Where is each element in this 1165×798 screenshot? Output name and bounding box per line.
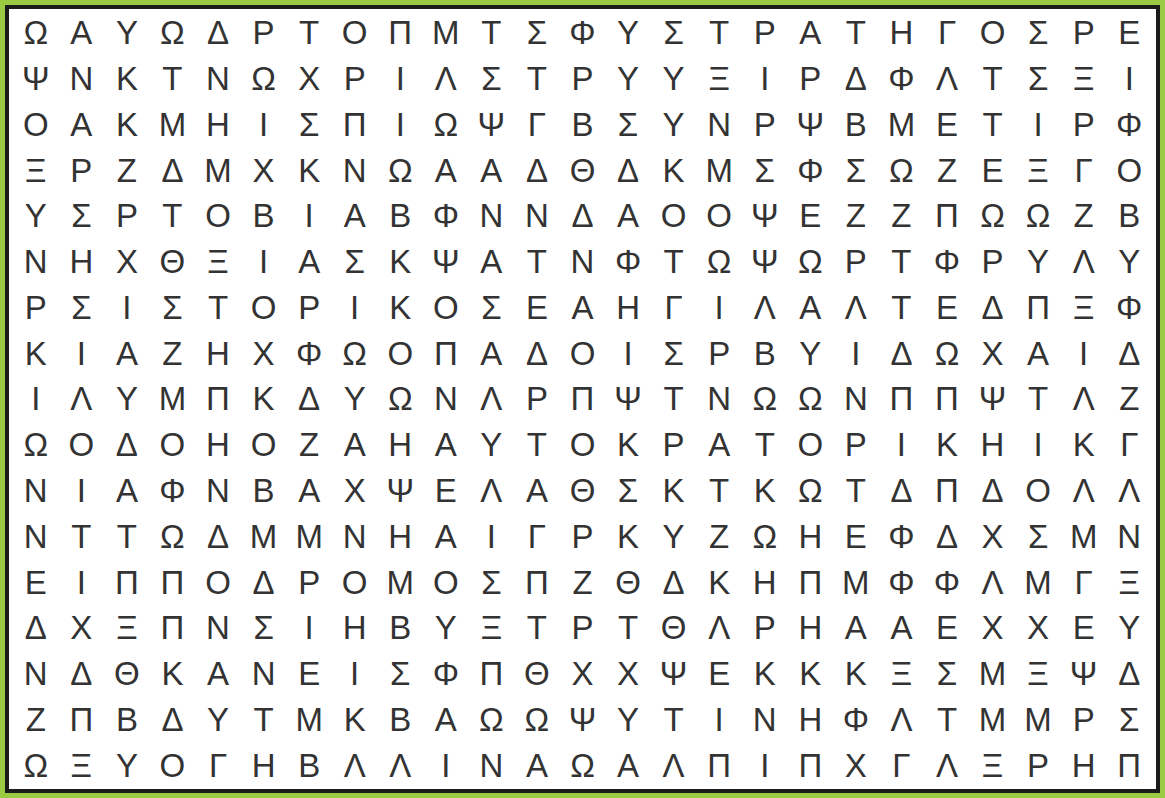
grid-cell[interactable]: Ι (742, 742, 788, 788)
grid-cell[interactable]: Ξ (1061, 285, 1107, 331)
grid-cell[interactable]: Η (1061, 742, 1107, 788)
grid-cell[interactable]: Ο (788, 422, 834, 468)
grid-cell[interactable]: Φ (833, 696, 879, 742)
grid-cell[interactable]: Ι (1015, 422, 1061, 468)
grid-cell[interactable]: Π (514, 559, 560, 605)
grid-cell[interactable]: Υ (104, 376, 150, 422)
grid-cell[interactable]: Π (377, 10, 423, 56)
grid-cell[interactable]: Ι (696, 696, 742, 742)
grid-cell[interactable]: Ο (332, 10, 378, 56)
grid-cell[interactable]: Α (59, 102, 105, 148)
grid-cell[interactable]: Σ (59, 193, 105, 239)
grid-cell[interactable]: Υ (1106, 239, 1152, 285)
grid-cell[interactable]: Β (377, 193, 423, 239)
grid-cell[interactable]: Ω (879, 147, 925, 193)
grid-cell[interactable]: Κ (332, 696, 378, 742)
grid-cell[interactable]: Φ (788, 147, 834, 193)
grid-cell[interactable]: Τ (742, 422, 788, 468)
grid-cell[interactable]: Δ (651, 559, 697, 605)
grid-cell[interactable]: Ε (833, 513, 879, 559)
grid-cell[interactable]: Ο (241, 285, 287, 331)
grid-cell[interactable]: Η (788, 605, 834, 651)
grid-cell[interactable]: Υ (1106, 605, 1152, 651)
grid-cell[interactable]: Ε (423, 468, 469, 514)
grid-cell[interactable]: Λ (742, 285, 788, 331)
grid-cell[interactable]: Ψ (788, 102, 834, 148)
grid-cell[interactable]: Ψ (469, 102, 515, 148)
grid-cell[interactable]: Α (833, 605, 879, 651)
grid-cell[interactable]: Ω (742, 376, 788, 422)
grid-cell[interactable]: Ρ (560, 605, 606, 651)
grid-cell[interactable]: Δ (1106, 651, 1152, 697)
grid-cell[interactable]: Ι (59, 468, 105, 514)
grid-cell[interactable]: Θ (514, 651, 560, 697)
grid-cell[interactable]: Ω (377, 147, 423, 193)
grid-cell[interactable]: Δ (59, 651, 105, 697)
grid-cell[interactable]: Τ (514, 605, 560, 651)
grid-cell[interactable]: Α (332, 422, 378, 468)
grid-cell[interactable]: Δ (514, 330, 560, 376)
grid-cell[interactable]: Ρ (1061, 102, 1107, 148)
grid-cell[interactable]: Δ (13, 605, 59, 651)
grid-cell[interactable]: Ι (286, 193, 332, 239)
grid-cell[interactable]: Ω (150, 513, 196, 559)
grid-cell[interactable]: Φ (286, 330, 332, 376)
grid-cell[interactable]: Φ (879, 559, 925, 605)
grid-cell[interactable]: Β (286, 742, 332, 788)
grid-cell[interactable]: Λ (879, 696, 925, 742)
grid-cell[interactable]: Ψ (605, 376, 651, 422)
grid-cell[interactable]: Η (605, 285, 651, 331)
grid-cell[interactable]: Ξ (879, 651, 925, 697)
grid-cell[interactable]: Κ (377, 285, 423, 331)
grid-cell[interactable]: Τ (59, 513, 105, 559)
grid-cell[interactable]: Υ (332, 376, 378, 422)
grid-cell[interactable]: Ξ (59, 742, 105, 788)
grid-cell[interactable]: Ι (1061, 330, 1107, 376)
grid-cell[interactable]: Κ (241, 376, 287, 422)
grid-cell[interactable]: Ρ (788, 56, 834, 102)
grid-cell[interactable]: Ρ (833, 422, 879, 468)
grid-cell[interactable]: Ω (924, 330, 970, 376)
grid-cell[interactable]: Κ (104, 56, 150, 102)
grid-cell[interactable]: Ψ (651, 651, 697, 697)
grid-cell[interactable]: Γ (1061, 559, 1107, 605)
grid-cell[interactable]: Γ (924, 10, 970, 56)
grid-cell[interactable]: Υ (1015, 239, 1061, 285)
grid-cell[interactable]: Ψ (970, 376, 1016, 422)
grid-cell[interactable]: Δ (286, 376, 332, 422)
grid-cell[interactable]: Κ (833, 651, 879, 697)
grid-cell[interactable]: Ο (195, 559, 241, 605)
grid-cell[interactable]: Ζ (286, 422, 332, 468)
grid-cell[interactable]: Μ (970, 696, 1016, 742)
grid-cell[interactable]: Ω (788, 376, 834, 422)
grid-cell[interactable]: Μ (286, 513, 332, 559)
grid-cell[interactable]: Δ (833, 56, 879, 102)
grid-cell[interactable]: Χ (605, 651, 651, 697)
grid-cell[interactable]: Ξ (1061, 56, 1107, 102)
grid-cell[interactable]: Σ (469, 56, 515, 102)
grid-cell[interactable]: Λ (423, 56, 469, 102)
grid-cell[interactable]: Υ (104, 742, 150, 788)
grid-cell[interactable]: Φ (924, 239, 970, 285)
grid-cell[interactable]: Γ (651, 285, 697, 331)
grid-cell[interactable]: Λ (1061, 239, 1107, 285)
grid-cell[interactable]: Υ (651, 56, 697, 102)
grid-cell[interactable]: Η (195, 422, 241, 468)
grid-cell[interactable]: Ν (332, 513, 378, 559)
grid-cell[interactable]: Α (514, 742, 560, 788)
grid-cell[interactable]: Ε (514, 285, 560, 331)
grid-cell[interactable]: Κ (13, 330, 59, 376)
grid-cell[interactable]: Χ (241, 330, 287, 376)
grid-cell[interactable]: Δ (879, 330, 925, 376)
grid-cell[interactable]: Μ (1015, 559, 1061, 605)
grid-cell[interactable]: Ρ (651, 422, 697, 468)
grid-cell[interactable]: Ρ (1061, 696, 1107, 742)
grid-cell[interactable]: Β (377, 696, 423, 742)
grid-cell[interactable]: Ω (560, 742, 606, 788)
grid-cell[interactable]: Ι (59, 559, 105, 605)
grid-cell[interactable]: Λ (1106, 468, 1152, 514)
grid-cell[interactable]: Β (833, 102, 879, 148)
grid-cell[interactable]: Ω (788, 239, 834, 285)
grid-cell[interactable]: Ο (195, 193, 241, 239)
grid-cell[interactable]: Μ (879, 102, 925, 148)
grid-cell[interactable]: Ο (1106, 147, 1152, 193)
grid-cell[interactable]: Φ (423, 651, 469, 697)
grid-cell[interactable]: Υ (651, 513, 697, 559)
grid-cell[interactable]: Ν (13, 468, 59, 514)
grid-cell[interactable]: Ν (59, 56, 105, 102)
grid-cell[interactable]: Ζ (833, 193, 879, 239)
grid-cell[interactable]: Π (696, 742, 742, 788)
grid-cell[interactable]: Η (195, 102, 241, 148)
grid-cell[interactable]: Υ (605, 56, 651, 102)
grid-cell[interactable]: Υ (788, 330, 834, 376)
grid-cell[interactable]: Ι (833, 330, 879, 376)
grid-cell[interactable]: Ε (1106, 10, 1152, 56)
grid-cell[interactable]: Ν (423, 376, 469, 422)
grid-cell[interactable]: Ν (742, 696, 788, 742)
grid-cell[interactable]: Ν (469, 742, 515, 788)
grid-cell[interactable]: Σ (605, 468, 651, 514)
grid-cell[interactable]: Γ (1061, 147, 1107, 193)
grid-cell[interactable]: Λ (970, 559, 1016, 605)
grid-cell[interactable]: Θ (104, 651, 150, 697)
grid-cell[interactable]: Κ (742, 468, 788, 514)
grid-cell[interactable]: Τ (514, 239, 560, 285)
grid-cell[interactable]: Ο (150, 422, 196, 468)
grid-cell[interactable]: Μ (286, 696, 332, 742)
grid-cell[interactable]: Χ (286, 56, 332, 102)
grid-cell[interactable]: Α (560, 285, 606, 331)
grid-cell[interactable]: Α (788, 10, 834, 56)
grid-cell[interactable]: Ν (332, 147, 378, 193)
grid-cell[interactable]: Ψ (742, 193, 788, 239)
grid-cell[interactable]: Κ (924, 422, 970, 468)
grid-cell[interactable]: Ι (377, 56, 423, 102)
grid-cell[interactable]: Υ (605, 10, 651, 56)
grid-cell[interactable]: Χ (970, 605, 1016, 651)
grid-cell[interactable]: Π (423, 330, 469, 376)
grid-cell[interactable]: Δ (514, 147, 560, 193)
grid-cell[interactable]: Κ (1061, 422, 1107, 468)
grid-cell[interactable]: Ω (332, 330, 378, 376)
grid-cell[interactable]: Ν (514, 193, 560, 239)
grid-cell[interactable]: Π (1106, 742, 1152, 788)
grid-cell[interactable]: Ι (1015, 102, 1061, 148)
grid-cell[interactable]: Ν (560, 239, 606, 285)
grid-cell[interactable]: Α (879, 605, 925, 651)
grid-cell[interactable]: Ζ (104, 147, 150, 193)
grid-cell[interactable]: Ρ (1015, 742, 1061, 788)
grid-cell[interactable]: Α (423, 422, 469, 468)
grid-cell[interactable]: Π (195, 376, 241, 422)
grid-cell[interactable]: Α (514, 468, 560, 514)
grid-cell[interactable]: Ξ (469, 605, 515, 651)
grid-cell[interactable]: Φ (879, 56, 925, 102)
grid-cell[interactable]: Σ (286, 102, 332, 148)
grid-cell[interactable]: Θ (150, 239, 196, 285)
grid-cell[interactable]: Σ (241, 605, 287, 651)
grid-cell[interactable]: Λ (1061, 376, 1107, 422)
grid-cell[interactable]: Χ (970, 330, 1016, 376)
grid-cell[interactable]: Σ (150, 285, 196, 331)
grid-cell[interactable]: Ψ (423, 239, 469, 285)
grid-cell[interactable]: Χ (332, 468, 378, 514)
grid-cell[interactable]: Η (879, 10, 925, 56)
grid-cell[interactable]: Ω (13, 10, 59, 56)
grid-cell[interactable]: Β (1106, 193, 1152, 239)
grid-cell[interactable]: Β (377, 605, 423, 651)
grid-cell[interactable]: Κ (742, 651, 788, 697)
grid-cell[interactable]: Σ (651, 10, 697, 56)
grid-cell[interactable]: Ι (241, 239, 287, 285)
grid-cell[interactable]: Β (241, 468, 287, 514)
grid-cell[interactable]: Ω (1015, 193, 1061, 239)
grid-cell[interactable]: Χ (241, 147, 287, 193)
grid-cell[interactable]: Λ (377, 742, 423, 788)
grid-cell[interactable]: Δ (195, 10, 241, 56)
grid-cell[interactable]: Ρ (286, 559, 332, 605)
grid-cell[interactable]: Α (423, 696, 469, 742)
grid-cell[interactable]: Α (423, 147, 469, 193)
grid-cell[interactable]: Ο (59, 422, 105, 468)
grid-cell[interactable]: Π (469, 651, 515, 697)
grid-cell[interactable]: Ι (59, 330, 105, 376)
grid-cell[interactable]: Η (59, 239, 105, 285)
grid-cell[interactable]: Ζ (13, 696, 59, 742)
grid-cell[interactable]: Κ (788, 651, 834, 697)
grid-cell[interactable]: Ο (423, 285, 469, 331)
grid-cell[interactable]: Μ (423, 10, 469, 56)
grid-cell[interactable]: Π (924, 193, 970, 239)
grid-cell[interactable]: Μ (241, 513, 287, 559)
grid-cell[interactable]: Ψ (377, 468, 423, 514)
grid-cell[interactable]: Γ (514, 513, 560, 559)
grid-cell[interactable]: Ω (742, 513, 788, 559)
grid-cell[interactable]: Ω (469, 696, 515, 742)
grid-cell[interactable]: Ι (241, 102, 287, 148)
grid-cell[interactable]: Ρ (104, 193, 150, 239)
grid-cell[interactable]: Σ (605, 102, 651, 148)
grid-cell[interactable]: Λ (696, 605, 742, 651)
grid-cell[interactable]: Ρ (560, 513, 606, 559)
grid-cell[interactable]: Α (286, 239, 332, 285)
grid-cell[interactable]: Α (469, 330, 515, 376)
grid-cell[interactable]: Ψ (560, 696, 606, 742)
grid-cell[interactable]: Α (605, 742, 651, 788)
grid-cell[interactable]: Δ (605, 147, 651, 193)
grid-cell[interactable]: Η (742, 559, 788, 605)
grid-cell[interactable]: Π (788, 742, 834, 788)
grid-cell[interactable]: Τ (696, 468, 742, 514)
grid-cell[interactable]: Α (195, 651, 241, 697)
grid-cell[interactable]: Λ (1061, 468, 1107, 514)
grid-cell[interactable]: Ξ (195, 239, 241, 285)
grid-cell[interactable]: Π (560, 376, 606, 422)
grid-cell[interactable]: Τ (514, 422, 560, 468)
grid-cell[interactable]: Ρ (742, 605, 788, 651)
grid-cell[interactable]: Α (59, 10, 105, 56)
grid-cell[interactable]: Π (924, 376, 970, 422)
grid-cell[interactable]: Ζ (1106, 376, 1152, 422)
grid-cell[interactable]: Φ (1106, 102, 1152, 148)
grid-cell[interactable]: Ι (104, 285, 150, 331)
grid-cell[interactable]: Ο (150, 742, 196, 788)
grid-cell[interactable]: Ο (377, 330, 423, 376)
grid-cell[interactable]: Κ (651, 468, 697, 514)
grid-cell[interactable]: Θ (560, 468, 606, 514)
grid-cell[interactable]: Υ (13, 193, 59, 239)
grid-cell[interactable]: Ζ (879, 193, 925, 239)
grid-cell[interactable]: Ω (13, 422, 59, 468)
grid-cell[interactable]: Υ (469, 422, 515, 468)
grid-cell[interactable]: Ο (423, 559, 469, 605)
grid-cell[interactable]: Ι (13, 376, 59, 422)
grid-cell[interactable]: Υ (423, 605, 469, 651)
grid-cell[interactable]: Ξ (1015, 651, 1061, 697)
grid-cell[interactable]: Ν (195, 56, 241, 102)
grid-cell[interactable]: Ω (514, 696, 560, 742)
grid-cell[interactable]: Σ (651, 330, 697, 376)
grid-cell[interactable]: Σ (377, 651, 423, 697)
grid-cell[interactable]: Η (788, 696, 834, 742)
grid-cell[interactable]: Σ (1015, 56, 1061, 102)
grid-cell[interactable]: Φ (560, 10, 606, 56)
grid-cell[interactable]: Ρ (696, 330, 742, 376)
grid-cell[interactable]: Η (195, 330, 241, 376)
grid-cell[interactable]: Δ (1106, 330, 1152, 376)
grid-cell[interactable]: Φ (605, 239, 651, 285)
grid-cell[interactable]: Δ (879, 468, 925, 514)
grid-cell[interactable]: Ο (560, 330, 606, 376)
grid-cell[interactable]: Ν (241, 651, 287, 697)
grid-cell[interactable]: Λ (651, 742, 697, 788)
grid-cell[interactable]: Φ (150, 468, 196, 514)
grid-cell[interactable]: Σ (1106, 696, 1152, 742)
grid-cell[interactable]: Π (879, 376, 925, 422)
grid-cell[interactable]: Λ (59, 376, 105, 422)
grid-cell[interactable]: Π (924, 468, 970, 514)
grid-cell[interactable]: Κ (605, 422, 651, 468)
grid-cell[interactable]: Ρ (742, 10, 788, 56)
grid-cell[interactable]: Κ (150, 651, 196, 697)
grid-cell[interactable]: Α (469, 147, 515, 193)
grid-cell[interactable]: Ρ (13, 285, 59, 331)
grid-cell[interactable]: Τ (195, 285, 241, 331)
grid-cell[interactable]: Ω (150, 10, 196, 56)
grid-cell[interactable]: Η (788, 513, 834, 559)
grid-cell[interactable]: Ω (241, 56, 287, 102)
grid-cell[interactable]: Μ (696, 147, 742, 193)
grid-cell[interactable]: Ο (241, 422, 287, 468)
grid-cell[interactable]: Ε (286, 651, 332, 697)
grid-cell[interactable]: Φ (879, 513, 925, 559)
grid-cell[interactable]: Θ (605, 559, 651, 605)
grid-cell[interactable]: Ξ (1015, 147, 1061, 193)
grid-cell[interactable]: Ι (605, 330, 651, 376)
grid-cell[interactable]: Υ (104, 10, 150, 56)
grid-cell[interactable]: Α (469, 239, 515, 285)
grid-cell[interactable]: Λ (469, 468, 515, 514)
grid-cell[interactable]: Ι (879, 422, 925, 468)
grid-cell[interactable]: Ν (696, 376, 742, 422)
grid-cell[interactable]: Κ (605, 513, 651, 559)
grid-cell[interactable]: Η (241, 742, 287, 788)
grid-cell[interactable]: Ν (13, 651, 59, 697)
grid-cell[interactable]: Α (423, 513, 469, 559)
grid-cell[interactable]: Κ (377, 239, 423, 285)
grid-cell[interactable]: Ρ (970, 239, 1016, 285)
grid-cell[interactable]: Ω (423, 102, 469, 148)
grid-cell[interactable]: Ε (924, 285, 970, 331)
grid-cell[interactable]: Ω (696, 239, 742, 285)
grid-cell[interactable]: Τ (651, 696, 697, 742)
grid-cell[interactable]: Τ (833, 10, 879, 56)
grid-cell[interactable]: Ν (195, 605, 241, 651)
grid-cell[interactable]: Ρ (59, 147, 105, 193)
grid-cell[interactable]: Τ (1015, 376, 1061, 422)
grid-cell[interactable]: Τ (514, 56, 560, 102)
grid-cell[interactable]: Μ (377, 559, 423, 605)
grid-cell[interactable]: Σ (59, 285, 105, 331)
grid-cell[interactable]: Κ (104, 102, 150, 148)
grid-cell[interactable]: Ρ (514, 376, 560, 422)
grid-cell[interactable]: Ο (560, 422, 606, 468)
grid-cell[interactable]: Α (104, 330, 150, 376)
grid-cell[interactable]: Δ (970, 468, 1016, 514)
grid-cell[interactable]: Α (696, 422, 742, 468)
grid-cell[interactable]: Τ (970, 102, 1016, 148)
grid-cell[interactable]: Λ (924, 742, 970, 788)
grid-cell[interactable]: Τ (879, 239, 925, 285)
grid-cell[interactable]: Ω (13, 742, 59, 788)
grid-cell[interactable]: Ι (286, 605, 332, 651)
grid-cell[interactable]: Μ (1015, 696, 1061, 742)
grid-cell[interactable]: Α (1015, 330, 1061, 376)
grid-cell[interactable]: Ξ (13, 147, 59, 193)
grid-cell[interactable]: Ζ (924, 147, 970, 193)
grid-cell[interactable]: Τ (879, 285, 925, 331)
grid-cell[interactable]: Π (1015, 285, 1061, 331)
grid-cell[interactable]: Ξ (970, 742, 1016, 788)
grid-cell[interactable]: Ρ (1061, 10, 1107, 56)
grid-cell[interactable]: Β (560, 102, 606, 148)
grid-cell[interactable]: Ο (1015, 468, 1061, 514)
